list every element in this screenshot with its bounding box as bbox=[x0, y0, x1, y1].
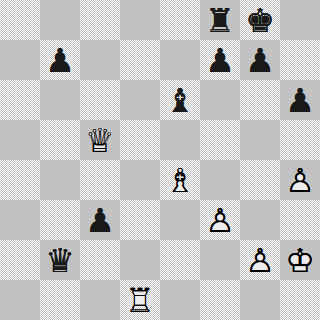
square-e2[interactable] bbox=[160, 240, 200, 280]
square-f4[interactable] bbox=[200, 160, 240, 200]
square-c5[interactable]: ♛♕ bbox=[80, 120, 120, 160]
black-pawn-g7: ♟ bbox=[240, 40, 280, 80]
white-piece-outline: ♙ bbox=[240, 240, 280, 280]
white-piece-outline: ♕ bbox=[80, 120, 120, 160]
square-g3[interactable] bbox=[240, 200, 280, 240]
white-piece-outline: ♙ bbox=[200, 200, 240, 240]
square-c6[interactable] bbox=[80, 80, 120, 120]
square-c1[interactable] bbox=[80, 280, 120, 320]
square-g6[interactable] bbox=[240, 80, 280, 120]
black-bishop-e6: ♝ bbox=[160, 80, 200, 120]
square-g5[interactable] bbox=[240, 120, 280, 160]
square-e3[interactable] bbox=[160, 200, 200, 240]
white-king-h2: ♚♔ bbox=[280, 240, 320, 280]
square-e8[interactable] bbox=[160, 0, 200, 40]
square-h4[interactable]: ♟♙ bbox=[280, 160, 320, 200]
square-a2[interactable] bbox=[0, 240, 40, 280]
square-f2[interactable] bbox=[200, 240, 240, 280]
square-b8[interactable] bbox=[40, 0, 80, 40]
black-pawn-b7: ♟ bbox=[40, 40, 80, 80]
square-h3[interactable] bbox=[280, 200, 320, 240]
square-a6[interactable] bbox=[0, 80, 40, 120]
black-rook-f8: ♜ bbox=[200, 0, 240, 40]
square-h1[interactable] bbox=[280, 280, 320, 320]
square-g8[interactable]: ♚ bbox=[240, 0, 280, 40]
square-f3[interactable]: ♟♙ bbox=[200, 200, 240, 240]
square-b1[interactable] bbox=[40, 280, 80, 320]
square-d2[interactable] bbox=[120, 240, 160, 280]
square-c4[interactable] bbox=[80, 160, 120, 200]
white-pawn-h4: ♟♙ bbox=[280, 160, 320, 200]
white-piece-outline: ♔ bbox=[280, 240, 320, 280]
square-a1[interactable] bbox=[0, 280, 40, 320]
square-f1[interactable] bbox=[200, 280, 240, 320]
white-queen-c5: ♛♕ bbox=[80, 120, 120, 160]
black-king-g8: ♚ bbox=[240, 0, 280, 40]
square-f6[interactable] bbox=[200, 80, 240, 120]
black-pawn-c3: ♟ bbox=[80, 200, 120, 240]
black-pawn-h6: ♟ bbox=[280, 80, 320, 120]
black-pawn-f7: ♟ bbox=[200, 40, 240, 80]
square-c3[interactable]: ♟ bbox=[80, 200, 120, 240]
square-h8[interactable] bbox=[280, 0, 320, 40]
square-f5[interactable] bbox=[200, 120, 240, 160]
square-b4[interactable] bbox=[40, 160, 80, 200]
chess-board: ♜♚♟♟♟♝♟♛♕♝♗♟♙♟♟♙♛♟♙♚♔♜♖ bbox=[0, 0, 320, 320]
square-h2[interactable]: ♚♔ bbox=[280, 240, 320, 280]
white-bishop-e4: ♝♗ bbox=[160, 160, 200, 200]
square-b6[interactable] bbox=[40, 80, 80, 120]
square-d8[interactable] bbox=[120, 0, 160, 40]
square-g2[interactable]: ♟♙ bbox=[240, 240, 280, 280]
square-a8[interactable] bbox=[0, 0, 40, 40]
square-a5[interactable] bbox=[0, 120, 40, 160]
square-c2[interactable] bbox=[80, 240, 120, 280]
square-d1[interactable]: ♜♖ bbox=[120, 280, 160, 320]
square-e1[interactable] bbox=[160, 280, 200, 320]
square-e7[interactable] bbox=[160, 40, 200, 80]
square-b2[interactable]: ♛ bbox=[40, 240, 80, 280]
white-rook-d1: ♜♖ bbox=[120, 280, 160, 320]
white-piece-outline: ♙ bbox=[280, 160, 320, 200]
square-d5[interactable] bbox=[120, 120, 160, 160]
square-h5[interactable] bbox=[280, 120, 320, 160]
white-piece-outline: ♗ bbox=[160, 160, 200, 200]
square-e6[interactable]: ♝ bbox=[160, 80, 200, 120]
square-h6[interactable]: ♟ bbox=[280, 80, 320, 120]
square-a4[interactable] bbox=[0, 160, 40, 200]
square-c7[interactable] bbox=[80, 40, 120, 80]
square-f7[interactable]: ♟ bbox=[200, 40, 240, 80]
square-g1[interactable] bbox=[240, 280, 280, 320]
square-a3[interactable] bbox=[0, 200, 40, 240]
square-e5[interactable] bbox=[160, 120, 200, 160]
white-pawn-g2: ♟♙ bbox=[240, 240, 280, 280]
square-b5[interactable] bbox=[40, 120, 80, 160]
square-h7[interactable] bbox=[280, 40, 320, 80]
square-d7[interactable] bbox=[120, 40, 160, 80]
square-c8[interactable] bbox=[80, 0, 120, 40]
square-b3[interactable] bbox=[40, 200, 80, 240]
square-d4[interactable] bbox=[120, 160, 160, 200]
square-e4[interactable]: ♝♗ bbox=[160, 160, 200, 200]
square-b7[interactable]: ♟ bbox=[40, 40, 80, 80]
square-g4[interactable] bbox=[240, 160, 280, 200]
square-a7[interactable] bbox=[0, 40, 40, 80]
square-d6[interactable] bbox=[120, 80, 160, 120]
square-g7[interactable]: ♟ bbox=[240, 40, 280, 80]
black-queen-b2: ♛ bbox=[40, 240, 80, 280]
square-f8[interactable]: ♜ bbox=[200, 0, 240, 40]
white-pawn-f3: ♟♙ bbox=[200, 200, 240, 240]
white-piece-outline: ♖ bbox=[120, 280, 160, 320]
square-d3[interactable] bbox=[120, 200, 160, 240]
